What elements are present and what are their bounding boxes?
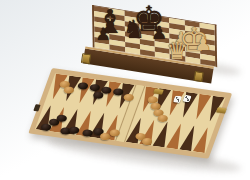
brass-clasp-icon <box>193 71 203 82</box>
latch-brass-icon <box>216 107 227 113</box>
product-photo-game-set[interactable]: ♝♟♞♚♟♟♚♟♛ <box>0 0 250 180</box>
clasp-dark-icon <box>33 104 40 111</box>
backgammon-point <box>192 126 214 153</box>
points-row-top <box>136 86 225 122</box>
brass-clasp-icon <box>81 53 91 64</box>
latch-brass-icon <box>153 89 164 95</box>
